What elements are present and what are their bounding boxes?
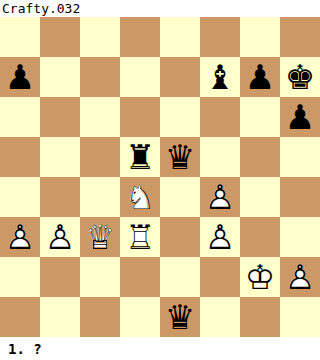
square-a1[interactable] <box>0 297 40 337</box>
piece-outline-layer: ♙ <box>280 257 320 297</box>
piece-outline-layer: ♘ <box>120 177 160 217</box>
square-a2[interactable] <box>0 257 40 297</box>
chess-board: ♟♝♟♚♟♜♛♞♘♟♙♟♙♟♙♛♕♜♖♟♙♚♔♟♙♛ <box>0 17 320 337</box>
square-a8[interactable] <box>0 17 40 57</box>
square-f6[interactable] <box>200 97 240 137</box>
piece-outline-layer: ♙ <box>0 217 40 257</box>
square-g5[interactable] <box>240 137 280 177</box>
square-h7[interactable]: ♚ <box>280 57 320 97</box>
square-b8[interactable] <box>40 17 80 57</box>
black-queen-icon: ♛ <box>160 297 200 337</box>
white-knight-icon: ♞♘ <box>120 177 160 217</box>
square-d3[interactable]: ♜♖ <box>120 217 160 257</box>
square-e1[interactable]: ♛ <box>160 297 200 337</box>
square-h8[interactable] <box>280 17 320 57</box>
square-f2[interactable] <box>200 257 240 297</box>
square-c8[interactable] <box>80 17 120 57</box>
square-e6[interactable] <box>160 97 200 137</box>
square-h3[interactable] <box>280 217 320 257</box>
black-bishop-icon: ♝ <box>200 57 240 97</box>
square-g2[interactable]: ♚♔ <box>240 257 280 297</box>
square-g1[interactable] <box>240 297 280 337</box>
square-d8[interactable] <box>120 17 160 57</box>
square-e7[interactable] <box>160 57 200 97</box>
square-d6[interactable] <box>120 97 160 137</box>
square-b4[interactable] <box>40 177 80 217</box>
square-c3[interactable]: ♛♕ <box>80 217 120 257</box>
square-f8[interactable] <box>200 17 240 57</box>
piece-outline-layer: ♙ <box>40 217 80 257</box>
square-f7[interactable]: ♝ <box>200 57 240 97</box>
white-rook-icon: ♜♖ <box>120 217 160 257</box>
white-pawn-icon: ♟♙ <box>280 257 320 297</box>
piece-outline-layer: ♙ <box>200 177 240 217</box>
black-king-icon: ♚ <box>280 57 320 97</box>
square-h2[interactable]: ♟♙ <box>280 257 320 297</box>
square-f3[interactable]: ♟♙ <box>200 217 240 257</box>
square-f1[interactable] <box>200 297 240 337</box>
square-e4[interactable] <box>160 177 200 217</box>
square-b7[interactable] <box>40 57 80 97</box>
square-f5[interactable] <box>200 137 240 177</box>
crafty-window: Crafty.032 ♟♝♟♚♟♜♛♞♘♟♙♟♙♟♙♛♕♜♖♟♙♚♔♟♙♛ 1.… <box>0 0 320 360</box>
square-g4[interactable] <box>240 177 280 217</box>
square-d4[interactable]: ♞♘ <box>120 177 160 217</box>
square-d7[interactable] <box>120 57 160 97</box>
piece-outline-layer: ♖ <box>120 217 160 257</box>
square-a5[interactable] <box>0 137 40 177</box>
square-a3[interactable]: ♟♙ <box>0 217 40 257</box>
square-e5[interactable]: ♛ <box>160 137 200 177</box>
piece-outline-layer: ♕ <box>80 217 120 257</box>
square-c5[interactable] <box>80 137 120 177</box>
black-pawn-icon: ♟ <box>280 97 320 137</box>
piece-outline-layer: ♙ <box>200 217 240 257</box>
black-pawn-icon: ♟ <box>240 57 280 97</box>
square-b3[interactable]: ♟♙ <box>40 217 80 257</box>
square-c6[interactable] <box>80 97 120 137</box>
square-d2[interactable] <box>120 257 160 297</box>
square-a6[interactable] <box>0 97 40 137</box>
square-e2[interactable] <box>160 257 200 297</box>
square-h5[interactable] <box>280 137 320 177</box>
white-pawn-icon: ♟♙ <box>40 217 80 257</box>
square-d5[interactable]: ♜ <box>120 137 160 177</box>
white-pawn-icon: ♟♙ <box>200 177 240 217</box>
square-e3[interactable] <box>160 217 200 257</box>
square-h1[interactable] <box>280 297 320 337</box>
square-c7[interactable] <box>80 57 120 97</box>
black-queen-icon: ♛ <box>160 137 200 177</box>
square-g3[interactable] <box>240 217 280 257</box>
square-e8[interactable] <box>160 17 200 57</box>
square-g8[interactable] <box>240 17 280 57</box>
square-h6[interactable]: ♟ <box>280 97 320 137</box>
square-b1[interactable] <box>40 297 80 337</box>
square-c2[interactable] <box>80 257 120 297</box>
square-c4[interactable] <box>80 177 120 217</box>
piece-outline-layer: ♔ <box>240 257 280 297</box>
black-pawn-icon: ♟ <box>0 57 40 97</box>
square-h4[interactable] <box>280 177 320 217</box>
square-g6[interactable] <box>240 97 280 137</box>
white-king-icon: ♚♔ <box>240 257 280 297</box>
square-a7[interactable]: ♟ <box>0 57 40 97</box>
move-prompt: 1. ? <box>8 340 42 358</box>
square-b6[interactable] <box>40 97 80 137</box>
white-queen-icon: ♛♕ <box>80 217 120 257</box>
square-f4[interactable]: ♟♙ <box>200 177 240 217</box>
square-d1[interactable] <box>120 297 160 337</box>
square-b2[interactable] <box>40 257 80 297</box>
black-rook-icon: ♜ <box>120 137 160 177</box>
square-c1[interactable] <box>80 297 120 337</box>
square-a4[interactable] <box>0 177 40 217</box>
white-pawn-icon: ♟♙ <box>0 217 40 257</box>
white-pawn-icon: ♟♙ <box>200 217 240 257</box>
square-b5[interactable] <box>40 137 80 177</box>
square-g7[interactable]: ♟ <box>240 57 280 97</box>
window-title: Crafty.032 <box>2 1 80 17</box>
